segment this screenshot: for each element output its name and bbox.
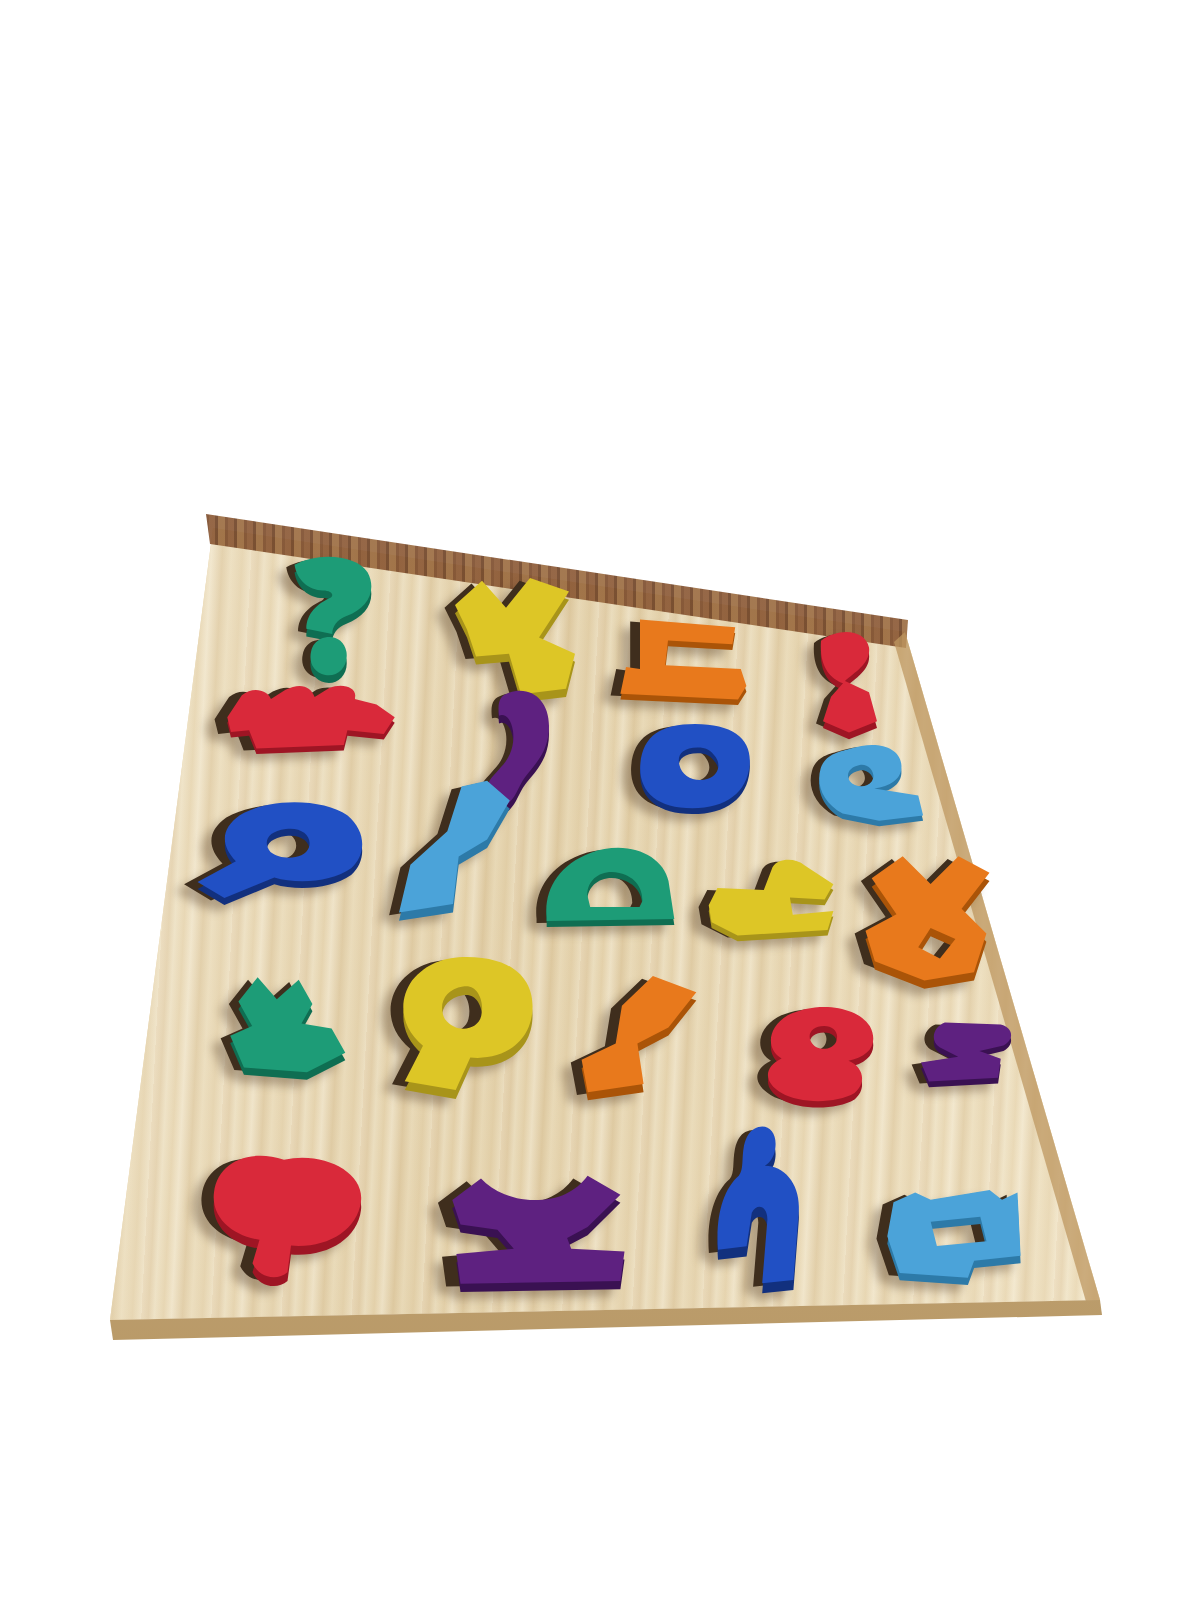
piece-waw[interactable] — [630, 718, 760, 816]
product-photo — [0, 0, 1200, 1600]
piece-lamadh[interactable] — [382, 778, 524, 918]
letter-shape-yudh — [709, 860, 834, 936]
letter-shape-semkath — [768, 1007, 873, 1101]
letter-shape-waw — [640, 724, 750, 808]
piece-teth[interactable] — [850, 848, 1005, 986]
letter-shape-kap — [546, 848, 674, 921]
piece-nun[interactable] — [905, 1015, 1038, 1110]
piece-qop[interactable] — [878, 1168, 1033, 1290]
piece-sadhe[interactable] — [222, 965, 359, 1087]
piece-resh[interactable] — [705, 1122, 835, 1290]
piece-heth[interactable] — [220, 675, 402, 767]
piece-mim[interactable] — [186, 790, 378, 905]
letter-shape-e — [582, 976, 697, 1092]
piece-beth[interactable] — [612, 612, 752, 707]
piece-alaph[interactable] — [797, 625, 897, 737]
piece-e[interactable] — [563, 968, 718, 1103]
puzzle-board — [0, 0, 1200, 1600]
piece-shin[interactable] — [440, 1165, 645, 1300]
piece-semkath[interactable] — [736, 998, 888, 1106]
letter-shape-taw — [214, 1156, 362, 1278]
piece-yudh[interactable] — [700, 852, 845, 947]
piece-kap[interactable] — [538, 833, 683, 933]
piece-he[interactable] — [806, 738, 928, 828]
piece-taw[interactable] — [200, 1142, 375, 1290]
piece-dalath[interactable] — [278, 552, 396, 680]
piece-pe[interactable] — [372, 948, 554, 1096]
